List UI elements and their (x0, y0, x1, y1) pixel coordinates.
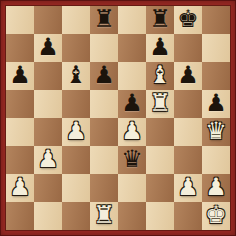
square-b5[interactable] (34, 90, 62, 118)
black-pawn-icon: ♟ (146, 34, 174, 62)
square-a3[interactable] (6, 146, 34, 174)
white-pawn-icon: ♟ (174, 174, 202, 202)
square-d7[interactable] (90, 34, 118, 62)
white-king-icon: ♚ (202, 202, 230, 230)
square-f4[interactable] (146, 118, 174, 146)
square-f6[interactable]: ♝ (146, 62, 174, 90)
black-pawn-icon: ♟ (34, 34, 62, 62)
square-e8[interactable] (118, 6, 146, 34)
square-a2[interactable]: ♟ (6, 174, 34, 202)
square-b3[interactable]: ♟ (34, 146, 62, 174)
square-d1[interactable]: ♜ (90, 202, 118, 230)
square-e5[interactable]: ♟ (118, 90, 146, 118)
white-rook-icon: ♜ (146, 90, 174, 118)
black-pawn-icon: ♟ (202, 90, 230, 118)
white-rook-icon: ♜ (90, 202, 118, 230)
chess-board: ♜♜♚♟♟♟♝♟♝♟♟♜♟♟♟♛♟♛♟♟♟♜♚ (6, 6, 230, 230)
square-e4[interactable]: ♟ (118, 118, 146, 146)
square-d2[interactable] (90, 174, 118, 202)
square-d8[interactable]: ♜ (90, 6, 118, 34)
square-b6[interactable] (34, 62, 62, 90)
white-pawn-icon: ♟ (34, 146, 62, 174)
square-a7[interactable] (6, 34, 34, 62)
square-f2[interactable] (146, 174, 174, 202)
square-h3[interactable] (202, 146, 230, 174)
square-e2[interactable] (118, 174, 146, 202)
square-g2[interactable]: ♟ (174, 174, 202, 202)
square-h8[interactable] (202, 6, 230, 34)
square-f1[interactable] (146, 202, 174, 230)
black-pawn-icon: ♟ (118, 90, 146, 118)
black-pawn-icon: ♟ (6, 62, 34, 90)
white-bishop-icon: ♝ (146, 62, 174, 90)
square-e1[interactable] (118, 202, 146, 230)
square-h5[interactable]: ♟ (202, 90, 230, 118)
square-d6[interactable]: ♟ (90, 62, 118, 90)
square-d5[interactable] (90, 90, 118, 118)
black-rook-icon: ♜ (146, 6, 174, 34)
square-h7[interactable] (202, 34, 230, 62)
white-pawn-icon: ♟ (202, 174, 230, 202)
square-g5[interactable] (174, 90, 202, 118)
board-frame: ♜♜♚♟♟♟♝♟♝♟♟♜♟♟♟♛♟♛♟♟♟♜♚ (0, 0, 236, 236)
square-g1[interactable] (174, 202, 202, 230)
square-b1[interactable] (34, 202, 62, 230)
black-pawn-icon: ♟ (90, 62, 118, 90)
black-queen-icon: ♛ (118, 146, 146, 174)
black-rook-icon: ♜ (90, 6, 118, 34)
square-h6[interactable] (202, 62, 230, 90)
black-bishop-icon: ♝ (62, 62, 90, 90)
square-h2[interactable]: ♟ (202, 174, 230, 202)
square-g6[interactable]: ♟ (174, 62, 202, 90)
square-g8[interactable]: ♚ (174, 6, 202, 34)
square-h4[interactable]: ♛ (202, 118, 230, 146)
square-a1[interactable] (6, 202, 34, 230)
black-pawn-icon: ♟ (174, 62, 202, 90)
square-d4[interactable] (90, 118, 118, 146)
white-pawn-icon: ♟ (6, 174, 34, 202)
square-h1[interactable]: ♚ (202, 202, 230, 230)
square-e3[interactable]: ♛ (118, 146, 146, 174)
square-f8[interactable]: ♜ (146, 6, 174, 34)
square-g7[interactable] (174, 34, 202, 62)
square-e7[interactable] (118, 34, 146, 62)
square-c6[interactable]: ♝ (62, 62, 90, 90)
square-b8[interactable] (34, 6, 62, 34)
square-b2[interactable] (34, 174, 62, 202)
square-d3[interactable] (90, 146, 118, 174)
white-queen-icon: ♛ (202, 118, 230, 146)
square-a8[interactable] (6, 6, 34, 34)
square-a4[interactable] (6, 118, 34, 146)
square-f7[interactable]: ♟ (146, 34, 174, 62)
square-c4[interactable]: ♟ (62, 118, 90, 146)
black-king-icon: ♚ (174, 6, 202, 34)
square-c3[interactable] (62, 146, 90, 174)
white-pawn-icon: ♟ (62, 118, 90, 146)
square-b4[interactable] (34, 118, 62, 146)
square-c2[interactable] (62, 174, 90, 202)
white-pawn-icon: ♟ (118, 118, 146, 146)
square-a6[interactable]: ♟ (6, 62, 34, 90)
square-g3[interactable] (174, 146, 202, 174)
square-g4[interactable] (174, 118, 202, 146)
square-f3[interactable] (146, 146, 174, 174)
square-e6[interactable] (118, 62, 146, 90)
square-f5[interactable]: ♜ (146, 90, 174, 118)
square-c7[interactable] (62, 34, 90, 62)
square-c5[interactable] (62, 90, 90, 118)
square-c8[interactable] (62, 6, 90, 34)
square-b7[interactable]: ♟ (34, 34, 62, 62)
square-c1[interactable] (62, 202, 90, 230)
square-a5[interactable] (6, 90, 34, 118)
